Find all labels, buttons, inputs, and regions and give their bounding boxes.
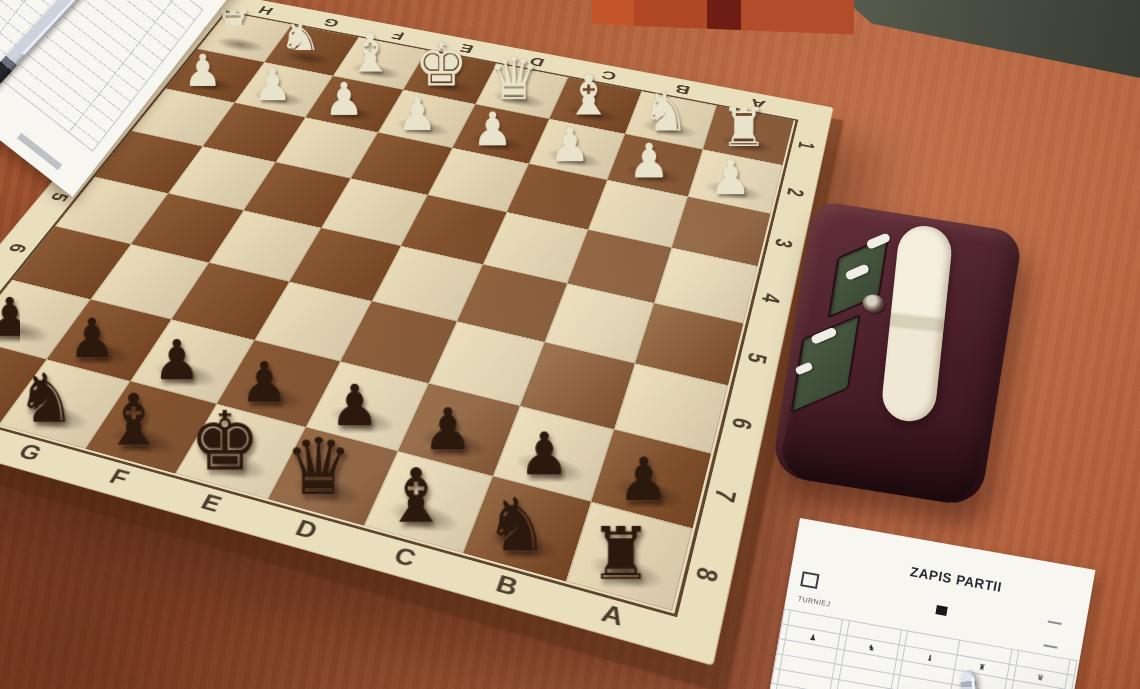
piece-black-queen[interactable]: ♛ [267,393,370,505]
form-dash [1048,621,1062,625]
piece-white-pawn[interactable]: ♟ [453,64,533,151]
scoresheet-title: ZAPIS PARTII [909,564,1003,595]
piece-white-pawn[interactable]: ♟ [608,94,690,184]
record-cell [1065,674,1074,689]
chess-pieces-logo [817,532,824,570]
tournament-checkbox[interactable] [800,571,819,589]
piece-white-pawn[interactable]: ♟ [689,110,772,201]
piece-black-rook[interactable]: ♜ [567,470,676,588]
move-record-table: ♟♞♝♜♛ [747,609,1077,689]
piece-white-pawn[interactable]: ♟ [529,79,610,168]
form-dash [1043,644,1057,648]
piece-white-pawn[interactable]: ♟ [234,22,311,106]
form-black-square [935,605,947,616]
photo-stage: HHGGFFEEDDCCBBAA1122334455667788♜♞♝♚♛♝♞♜… [0,0,1140,689]
scoresheet-zapis-partii: ZAPIS PARTII TURNIEJ ♟♞♝♜♛ [743,518,1096,689]
piece-black-bishop[interactable]: ♝ [364,418,468,532]
logo-king-icon [817,535,823,569]
piece-black-king[interactable]: ♚ [174,369,275,480]
record-cell [1068,660,1077,676]
chair-backrest [592,0,854,42]
background-floor [845,0,1140,78]
piece-white-pawn[interactable]: ♟ [305,36,382,121]
tournament-label: TURNIEJ [797,595,831,608]
chess-clock[interactable] [771,200,1024,508]
piece-black-knight[interactable]: ♞ [464,444,570,560]
logo-knight-icon [803,530,810,568]
piece-black-knight[interactable]: ♞ [0,324,95,431]
piece-black-bishop[interactable]: ♝ [84,346,184,455]
piece-white-pawn[interactable]: ♟ [378,50,456,136]
fine-print [17,133,62,171]
